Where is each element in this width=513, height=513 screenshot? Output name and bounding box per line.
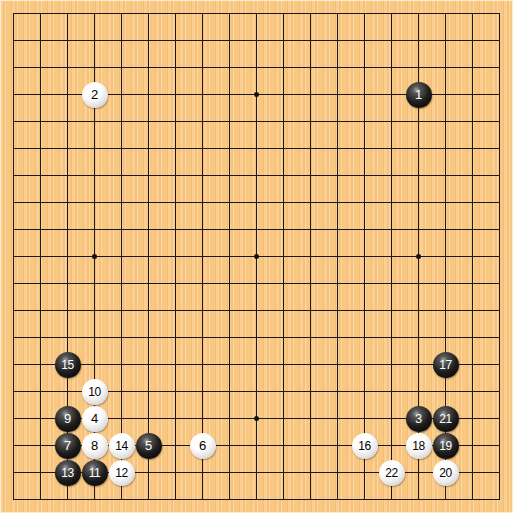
move-number: 2 (91, 88, 98, 101)
move-number: 11 (89, 467, 100, 479)
stone-white[interactable]: 10 (82, 379, 108, 405)
move-number: 4 (91, 412, 98, 425)
stone-white[interactable]: 2 (82, 82, 108, 108)
stone-black[interactable]: 13 (55, 460, 81, 486)
stone-black[interactable]: 15 (55, 352, 81, 378)
stone-black[interactable]: 1 (406, 82, 432, 108)
move-number: 22 (385, 467, 397, 479)
move-number: 17 (439, 359, 451, 371)
move-number: 1 (415, 88, 422, 101)
stone-black[interactable]: 9 (55, 406, 81, 432)
stone-black[interactable]: 7 (55, 433, 81, 459)
go-board[interactable]: 12345678910111213141516171819202122 (0, 0, 513, 513)
stone-black[interactable]: 19 (433, 433, 459, 459)
stone-white[interactable]: 16 (352, 433, 378, 459)
move-number: 21 (439, 413, 451, 425)
stone-white[interactable]: 22 (379, 460, 405, 486)
stone-black[interactable]: 11 (82, 460, 108, 486)
stone-black[interactable]: 17 (433, 352, 459, 378)
move-number: 10 (88, 386, 100, 398)
stone-white[interactable]: 12 (109, 460, 135, 486)
stone-white[interactable]: 4 (82, 406, 108, 432)
move-number: 15 (61, 359, 73, 371)
stone-white[interactable]: 6 (190, 433, 216, 459)
stone-white[interactable]: 8 (82, 433, 108, 459)
stone-black[interactable]: 5 (136, 433, 162, 459)
stone-black[interactable]: 21 (433, 406, 459, 432)
move-number: 14 (115, 440, 127, 452)
move-number: 12 (115, 467, 127, 479)
move-number: 7 (64, 439, 71, 452)
stone-white[interactable]: 14 (109, 433, 135, 459)
stone-white[interactable]: 20 (433, 460, 459, 486)
stone-black[interactable]: 3 (406, 406, 432, 432)
move-number: 5 (145, 439, 152, 452)
move-number: 20 (439, 467, 451, 479)
move-number: 19 (439, 440, 451, 452)
move-number: 9 (64, 412, 71, 425)
move-number: 8 (91, 439, 98, 452)
stones-layer: 12345678910111213141516171819202122 (0, 0, 513, 513)
move-number: 16 (358, 440, 370, 452)
move-number: 3 (415, 412, 422, 425)
move-number: 13 (61, 467, 73, 479)
move-number: 18 (412, 440, 424, 452)
move-number: 6 (199, 439, 206, 452)
stone-white[interactable]: 18 (406, 433, 432, 459)
